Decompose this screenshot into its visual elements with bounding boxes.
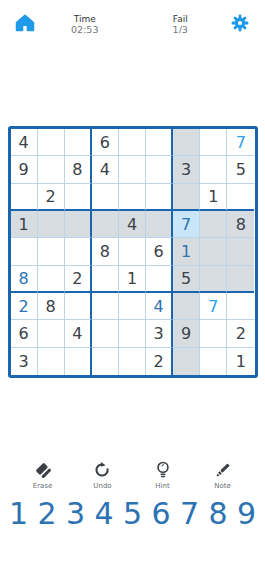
home-icon xyxy=(14,13,36,37)
action-bar: Erase Undo Hint xyxy=(0,460,265,490)
cell-r1c7[interactable] xyxy=(173,129,200,156)
cell-r1c4[interactable]: 6 xyxy=(92,129,119,156)
cell-r7c5[interactable] xyxy=(119,293,146,320)
gear-icon xyxy=(230,13,250,37)
time-label: Time xyxy=(37,14,133,24)
cell-r2c2[interactable] xyxy=(38,156,65,183)
cell-r9c8[interactable] xyxy=(200,348,227,375)
cell-r6c6[interactable] xyxy=(146,266,173,293)
cell-r7c7[interactable] xyxy=(173,293,200,320)
time-value: 02:53 xyxy=(37,25,133,36)
cell-r1c1[interactable]: 4 xyxy=(11,129,38,156)
cell-r6c2[interactable] xyxy=(38,266,65,293)
numpad-3[interactable]: 3 xyxy=(66,499,85,529)
cell-r6c5[interactable]: 1 xyxy=(119,266,146,293)
numpad-5[interactable]: 5 xyxy=(123,499,142,529)
cell-r6c3[interactable]: 2 xyxy=(65,266,92,293)
cell-r8c7[interactable]: 9 xyxy=(173,320,200,347)
cell-r1c2[interactable] xyxy=(38,129,65,156)
lightbulb-icon xyxy=(133,460,193,480)
cell-r3c5[interactable] xyxy=(119,184,146,211)
cell-r6c1[interactable]: 8 xyxy=(11,266,38,293)
time-stat: Time 02:53 xyxy=(37,14,133,36)
cell-r7c4[interactable] xyxy=(92,293,119,320)
home-button[interactable] xyxy=(13,14,37,36)
cell-r2c4[interactable]: 4 xyxy=(92,156,119,183)
cell-r4c9[interactable]: 8 xyxy=(227,211,254,238)
fail-value: 1/3 xyxy=(133,25,229,36)
note-label: Note xyxy=(193,482,253,490)
cell-r4c8[interactable] xyxy=(200,211,227,238)
eraser-icon xyxy=(13,460,73,480)
fail-label: Fail xyxy=(133,14,229,24)
cell-r8c9[interactable]: 2 xyxy=(227,320,254,347)
hint-button[interactable]: Hint xyxy=(133,460,193,490)
cell-r6c8[interactable] xyxy=(200,266,227,293)
cell-r8c1[interactable]: 6 xyxy=(11,320,38,347)
hint-label: Hint xyxy=(133,482,193,490)
cell-r6c9[interactable] xyxy=(227,266,254,293)
cell-r2c6[interactable] xyxy=(146,156,173,183)
cell-r2c5[interactable] xyxy=(119,156,146,183)
top-bar: Time 02:53 Fail 1/3 xyxy=(0,0,265,41)
cell-r1c9[interactable]: 7 xyxy=(227,129,254,156)
cell-r7c3[interactable] xyxy=(65,293,92,320)
cell-r2c8[interactable] xyxy=(200,156,227,183)
cell-r9c2[interactable] xyxy=(38,348,65,375)
cell-r7c1[interactable]: 2 xyxy=(11,293,38,320)
numpad-9[interactable]: 9 xyxy=(237,499,256,529)
cell-r9c4[interactable] xyxy=(92,348,119,375)
cell-r8c3[interactable]: 4 xyxy=(65,320,92,347)
cell-r4c5[interactable]: 4 xyxy=(119,211,146,238)
cell-r6c7[interactable]: 5 xyxy=(173,266,200,293)
cell-r3c1[interactable] xyxy=(11,184,38,211)
cell-r9c1[interactable]: 3 xyxy=(11,348,38,375)
cell-r2c7[interactable]: 3 xyxy=(173,156,200,183)
cell-r4c2[interactable] xyxy=(38,211,65,238)
cell-r3c9[interactable] xyxy=(227,184,254,211)
cell-r4c7[interactable]: 7 xyxy=(173,211,200,238)
cell-r2c3[interactable]: 8 xyxy=(65,156,92,183)
numpad-8[interactable]: 8 xyxy=(208,499,227,529)
numpad-6[interactable]: 6 xyxy=(151,499,170,529)
cell-r7c8[interactable]: 7 xyxy=(200,293,227,320)
cell-r3c4[interactable] xyxy=(92,184,119,211)
cell-r1c5[interactable] xyxy=(119,129,146,156)
cell-r5c5[interactable] xyxy=(119,238,146,265)
cell-r8c2[interactable] xyxy=(38,320,65,347)
cell-r6c4[interactable] xyxy=(92,266,119,293)
cell-r5c8[interactable] xyxy=(200,238,227,265)
cell-r5c6[interactable]: 6 xyxy=(146,238,173,265)
cell-r1c6[interactable] xyxy=(146,129,173,156)
erase-button[interactable]: Erase xyxy=(13,460,73,490)
cell-r5c1[interactable] xyxy=(11,238,38,265)
cell-r9c3[interactable] xyxy=(65,348,92,375)
fail-stat: Fail 1/3 xyxy=(133,14,229,36)
cell-r8c8[interactable] xyxy=(200,320,227,347)
cell-r5c7[interactable]: 1 xyxy=(173,238,200,265)
cell-r5c2[interactable] xyxy=(38,238,65,265)
undo-button[interactable]: Undo xyxy=(73,460,133,490)
cell-r9c9[interactable]: 1 xyxy=(227,348,254,375)
numpad-2[interactable]: 2 xyxy=(37,499,56,529)
cell-r4c3[interactable] xyxy=(65,211,92,238)
cell-r2c9[interactable]: 5 xyxy=(227,156,254,183)
cell-r8c5[interactable] xyxy=(119,320,146,347)
cell-r4c4[interactable] xyxy=(92,211,119,238)
cell-r4c6[interactable] xyxy=(146,211,173,238)
cell-r1c8[interactable] xyxy=(200,129,227,156)
cell-r7c6[interactable]: 4 xyxy=(146,293,173,320)
pencil-icon xyxy=(193,460,253,480)
cell-r3c8[interactable]: 1 xyxy=(200,184,227,211)
cell-r8c4[interactable] xyxy=(92,320,119,347)
cell-r3c7[interactable] xyxy=(173,184,200,211)
note-button[interactable]: Note xyxy=(193,460,253,490)
cell-r9c5[interactable] xyxy=(119,348,146,375)
cell-r7c9[interactable] xyxy=(227,293,254,320)
cell-r9c6[interactable]: 2 xyxy=(146,348,173,375)
cell-r3c3[interactable] xyxy=(65,184,92,211)
numpad-1[interactable]: 1 xyxy=(9,499,28,529)
cell-r5c3[interactable] xyxy=(65,238,92,265)
cell-r5c4[interactable]: 8 xyxy=(92,238,119,265)
cell-r9c7[interactable] xyxy=(173,348,200,375)
cell-r4c1[interactable]: 1 xyxy=(11,211,38,238)
cell-r5c9[interactable] xyxy=(227,238,254,265)
numpad-4[interactable]: 4 xyxy=(94,499,113,529)
undo-icon xyxy=(73,460,133,480)
cell-r3c6[interactable] xyxy=(146,184,173,211)
erase-label: Erase xyxy=(13,482,73,490)
undo-label: Undo xyxy=(73,482,133,490)
settings-button[interactable] xyxy=(228,14,252,36)
cell-r1c3[interactable] xyxy=(65,129,92,156)
sudoku-board: 467984352114788618215284764392321 xyxy=(8,126,258,378)
cell-r7c2[interactable]: 8 xyxy=(38,293,65,320)
numpad-7[interactable]: 7 xyxy=(180,499,199,529)
cell-r2c1[interactable]: 9 xyxy=(11,156,38,183)
cell-r8c6[interactable]: 3 xyxy=(146,320,173,347)
number-pad: 1 2 3 4 5 6 7 8 9 xyxy=(0,499,265,529)
cell-r3c2[interactable]: 2 xyxy=(38,184,65,211)
